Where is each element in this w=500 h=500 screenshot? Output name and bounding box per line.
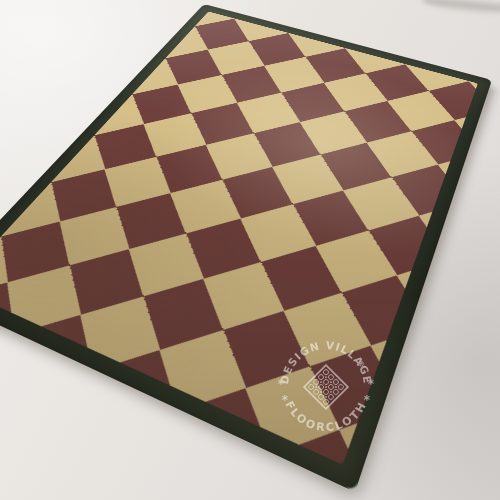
- background-object: [421, 0, 500, 15]
- diamond-checker-field: [0, 12, 478, 465]
- floorcloth-rug: [0, 4, 492, 492]
- product-photo: DESIGN VILLAGE ® FLOORCLOTH * * * *: [0, 0, 500, 500]
